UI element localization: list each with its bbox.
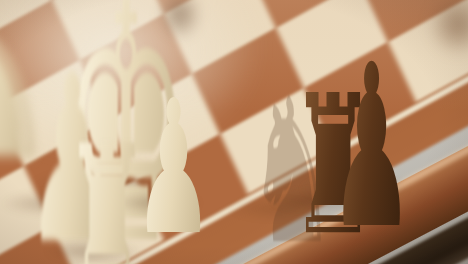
piece-black-pawn: ♟ [324,35,419,260]
chessboard-photo-scene: ♞♚♟♜♟♞♜♟ [0,0,468,264]
piece-white-rook: ♜ [58,121,157,264]
